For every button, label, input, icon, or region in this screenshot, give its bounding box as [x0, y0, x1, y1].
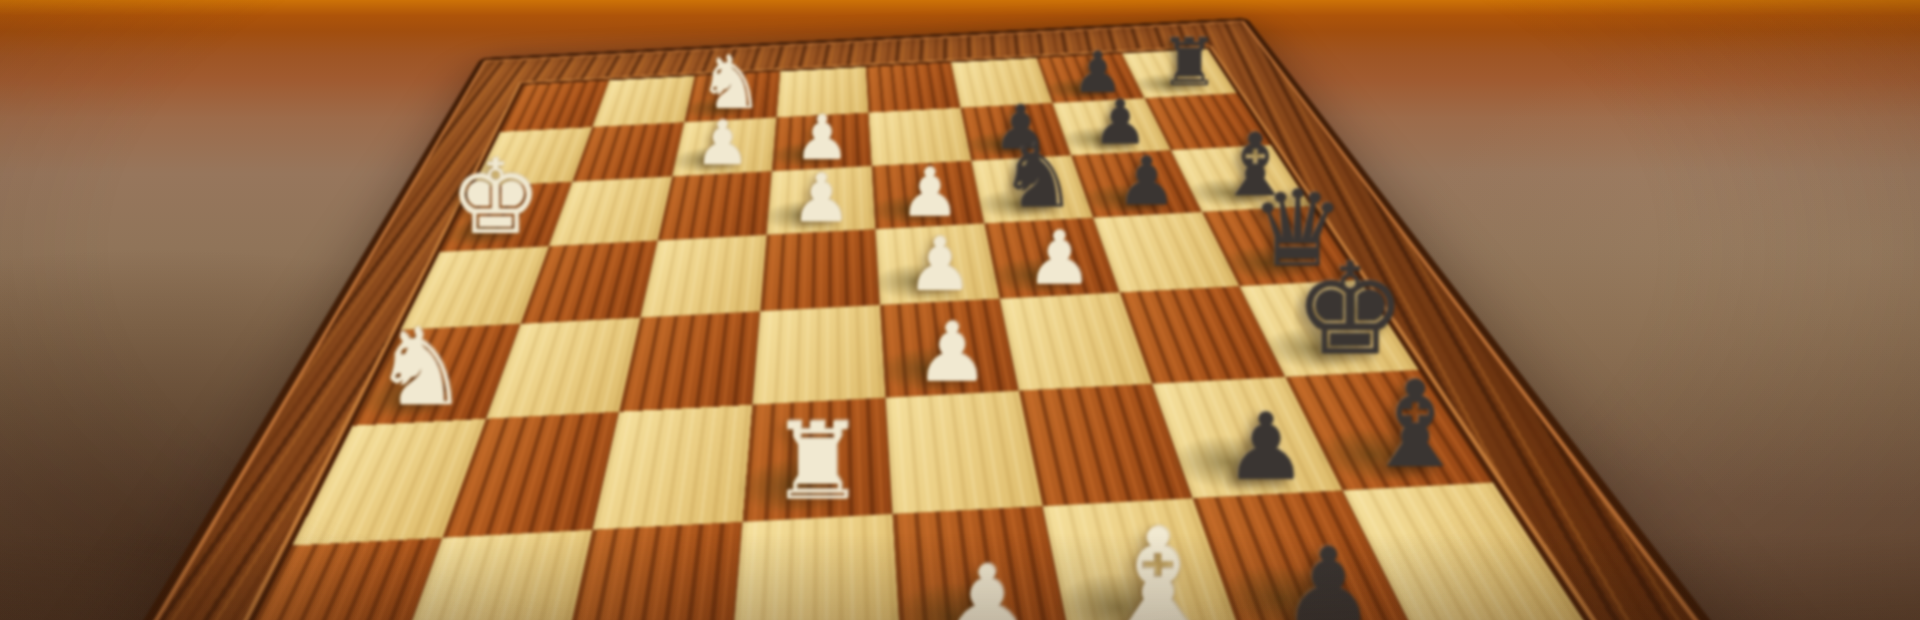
square-g3[interactable]	[558, 522, 742, 620]
square-e4[interactable]	[752, 305, 885, 405]
chess-app-screenshot: ♞♟♜♟♟♟♟♚♟♟♞♟♝♟♟♛♞♟♚♜♟♝♟♝♟♞♟♜	[0, 0, 1920, 620]
piece-white-pawn-e5[interactable]: ♟	[915, 313, 988, 391]
square-e1[interactable]: ♞	[353, 324, 521, 426]
piece-black-rook-a8[interactable]: ♜	[1160, 32, 1219, 95]
square-d4[interactable]	[760, 229, 880, 311]
piece-black-pawn-c7[interactable]: ♟	[1117, 149, 1177, 213]
piece-white-pawn-c4[interactable]: ♟	[791, 166, 851, 230]
square-f5[interactable]	[886, 391, 1043, 514]
piece-black-knight-c6[interactable]: ♞	[999, 136, 1077, 219]
piece-white-pawn-b3[interactable]: ♟	[695, 114, 750, 172]
square-c6[interactable]: ♞	[971, 156, 1093, 224]
square-e7[interactable]	[1120, 286, 1286, 384]
board-scene: ♞♟♜♟♟♟♟♚♟♟♞♟♝♟♟♛♞♟♚♜♟♝♟♝♟♞♟♜	[0, 0, 1920, 620]
square-a5[interactable]	[866, 62, 961, 112]
square-c1[interactable]: ♚	[440, 182, 572, 252]
piece-white-bishop-g6[interactable]: ♝	[1096, 515, 1219, 620]
piece-white-pawn-d5[interactable]: ♟	[906, 229, 972, 299]
square-f4[interactable]: ♜	[743, 398, 893, 522]
piece-white-knight-e1[interactable]: ♞	[373, 318, 468, 419]
piece-white-pawn-d6[interactable]: ♟	[1026, 223, 1092, 293]
piece-black-king-e8[interactable]: ♚	[1293, 250, 1406, 370]
piece-white-rook-f4[interactable]: ♜	[770, 412, 866, 514]
piece-black-pawn-g7[interactable]: ♟	[1281, 535, 1376, 620]
square-e3[interactable]	[619, 311, 760, 412]
piece-black-pawn-f7[interactable]: ♟	[1224, 402, 1307, 490]
square-f8[interactable]: ♝	[1285, 370, 1492, 491]
square-g6[interactable]: ♝	[1043, 498, 1245, 620]
chess-board: ♞♟♜♟♟♟♟♚♟♟♞♟♝♟♟♛♞♟♚♜♟♝♟♝♟♞♟♜	[111, 49, 1716, 620]
piece-white-king-c1[interactable]: ♚	[449, 149, 542, 247]
square-g4[interactable]	[730, 514, 902, 620]
square-c4[interactable]: ♟	[767, 166, 876, 235]
piece-white-pawn-g5[interactable]: ♟	[939, 553, 1034, 620]
piece-black-bishop-f8[interactable]: ♝	[1362, 369, 1469, 483]
piece-white-pawn-c5[interactable]: ♟	[900, 160, 960, 224]
